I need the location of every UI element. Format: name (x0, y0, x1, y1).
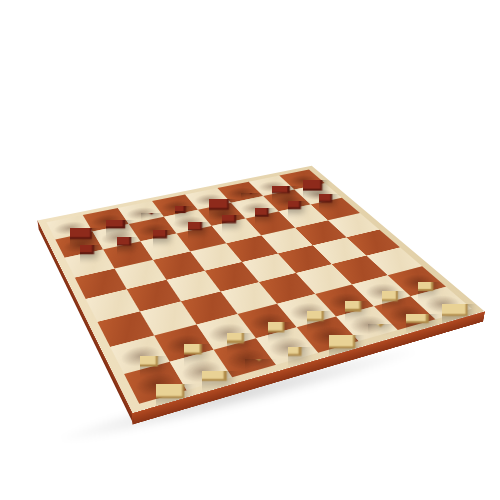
square-a1[interactable]: ■ (124, 362, 187, 404)
l-shape-icon: ▙ (391, 282, 420, 316)
ball-on-cylinder-icon: ●▮ (275, 300, 301, 349)
board-face: ■▙✖●▮◆■✖▙■■■■■■■■■■■■■■■■■■▙✖●▮◆■✖▙■ (38, 166, 485, 413)
small-cube-icon: ■ (208, 197, 237, 216)
l-shape-icon: ▙ (186, 336, 218, 374)
small-cube-icon: ■ (241, 191, 270, 210)
small-cube-icon: ■ (102, 219, 133, 239)
x-cross-icon: ✖ (220, 318, 271, 361)
chess-scene: ■▙✖●▮◆■✖▙■■■■■■■■■■■■■■■■■■▙✖●▮◆■✖▙■ (0, 0, 500, 500)
small-cube-icon: ■ (173, 204, 203, 223)
board-grid: ■▙✖●▮◆■✖▙■■■■■■■■■■■■■■■■■■▙✖●▮◆■✖▙■ (47, 170, 472, 404)
large-cube-icon: ■ (123, 343, 188, 386)
small-cube-icon: ■ (64, 227, 95, 247)
cube-with-diamond-finial-icon: ◆■ (298, 279, 358, 337)
chess-board: ■▙✖●▮◆■✖▙■■■■■■■■■■■■■■■■■■▙✖●▮◆■✖▙■ (38, 166, 485, 413)
small-cube-icon: ■ (305, 178, 333, 196)
small-cube-icon: ■ (138, 212, 168, 232)
small-cube-icon: ■ (273, 184, 301, 203)
product-photo-stage: ■▙✖●▮◆■✖▙■■■■■■■■■■■■■■■■■■▙✖●▮◆■✖▙■ (0, 0, 500, 500)
